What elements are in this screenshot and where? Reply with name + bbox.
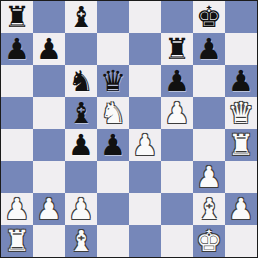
- square-h7[interactable]: [225, 33, 257, 65]
- square-e7[interactable]: [129, 33, 161, 65]
- white-knight[interactable]: ♞: [100, 97, 126, 129]
- white-king[interactable]: ♚: [196, 225, 222, 257]
- white-pawn[interactable]: ♟: [36, 193, 62, 225]
- square-e8[interactable]: [129, 1, 161, 33]
- square-b7[interactable]: ♟: [33, 33, 65, 65]
- square-c1[interactable]: ♝: [65, 225, 97, 257]
- square-e4[interactable]: ♟: [129, 129, 161, 161]
- square-a4[interactable]: [1, 129, 33, 161]
- square-d7[interactable]: [97, 33, 129, 65]
- square-c6[interactable]: ♞: [65, 65, 97, 97]
- white-bishop[interactable]: ♝: [196, 193, 222, 225]
- square-f5[interactable]: ♟: [161, 97, 193, 129]
- square-b2[interactable]: ♟: [33, 193, 65, 225]
- chess-board-frame: ♜♝♚♟♟♜♟♞♛♟♟♝♞♟♛♟♟♟♜♟♟♟♟♝♟♜♝♚: [0, 0, 258, 258]
- square-c3[interactable]: [65, 161, 97, 193]
- square-h5[interactable]: ♛: [225, 97, 257, 129]
- square-a7[interactable]: ♟: [1, 33, 33, 65]
- square-d5[interactable]: ♞: [97, 97, 129, 129]
- black-knight[interactable]: ♞: [68, 65, 94, 97]
- square-f4[interactable]: [161, 129, 193, 161]
- square-c2[interactable]: ♟: [65, 193, 97, 225]
- square-d3[interactable]: [97, 161, 129, 193]
- square-b5[interactable]: [33, 97, 65, 129]
- square-h3[interactable]: [225, 161, 257, 193]
- square-b1[interactable]: [33, 225, 65, 257]
- black-bishop[interactable]: ♝: [68, 1, 94, 33]
- square-g1[interactable]: ♚: [193, 225, 225, 257]
- black-pawn[interactable]: ♟: [196, 33, 222, 65]
- square-f3[interactable]: [161, 161, 193, 193]
- square-c5[interactable]: ♝: [65, 97, 97, 129]
- square-a5[interactable]: [1, 97, 33, 129]
- white-queen[interactable]: ♛: [228, 97, 254, 129]
- black-pawn[interactable]: ♟: [4, 33, 30, 65]
- black-pawn[interactable]: ♟: [100, 129, 126, 161]
- black-pawn[interactable]: ♟: [68, 129, 94, 161]
- square-f2[interactable]: [161, 193, 193, 225]
- square-d1[interactable]: [97, 225, 129, 257]
- square-a8[interactable]: ♜: [1, 1, 33, 33]
- square-f7[interactable]: ♜: [161, 33, 193, 65]
- square-b3[interactable]: [33, 161, 65, 193]
- square-g4[interactable]: [193, 129, 225, 161]
- square-g8[interactable]: ♚: [193, 1, 225, 33]
- white-pawn[interactable]: ♟: [68, 193, 94, 225]
- square-e5[interactable]: [129, 97, 161, 129]
- white-pawn[interactable]: ♟: [228, 193, 254, 225]
- black-king[interactable]: ♚: [196, 1, 222, 33]
- square-f1[interactable]: [161, 225, 193, 257]
- white-rook[interactable]: ♜: [228, 129, 254, 161]
- square-a6[interactable]: [1, 65, 33, 97]
- square-b4[interactable]: [33, 129, 65, 161]
- white-pawn[interactable]: ♟: [4, 193, 30, 225]
- white-bishop[interactable]: ♝: [68, 225, 94, 257]
- square-a3[interactable]: [1, 161, 33, 193]
- square-d8[interactable]: [97, 1, 129, 33]
- white-rook[interactable]: ♜: [4, 225, 30, 257]
- square-d6[interactable]: ♛: [97, 65, 129, 97]
- square-d2[interactable]: [97, 193, 129, 225]
- black-queen[interactable]: ♛: [100, 65, 126, 97]
- square-h2[interactable]: ♟: [225, 193, 257, 225]
- square-e6[interactable]: [129, 65, 161, 97]
- square-h8[interactable]: [225, 1, 257, 33]
- black-pawn[interactable]: ♟: [164, 65, 190, 97]
- square-c8[interactable]: ♝: [65, 1, 97, 33]
- square-b6[interactable]: [33, 65, 65, 97]
- square-e3[interactable]: [129, 161, 161, 193]
- black-rook[interactable]: ♜: [4, 1, 30, 33]
- white-pawn[interactable]: ♟: [196, 161, 222, 193]
- square-e2[interactable]: [129, 193, 161, 225]
- black-pawn[interactable]: ♟: [228, 65, 254, 97]
- chess-board: ♜♝♚♟♟♜♟♞♛♟♟♝♞♟♛♟♟♟♜♟♟♟♟♝♟♜♝♚: [1, 1, 257, 257]
- black-pawn[interactable]: ♟: [36, 33, 62, 65]
- square-c4[interactable]: ♟: [65, 129, 97, 161]
- square-g7[interactable]: ♟: [193, 33, 225, 65]
- square-f6[interactable]: ♟: [161, 65, 193, 97]
- square-d4[interactable]: ♟: [97, 129, 129, 161]
- square-g5[interactable]: [193, 97, 225, 129]
- square-g6[interactable]: [193, 65, 225, 97]
- square-b8[interactable]: [33, 1, 65, 33]
- square-h1[interactable]: [225, 225, 257, 257]
- square-a1[interactable]: ♜: [1, 225, 33, 257]
- square-c7[interactable]: [65, 33, 97, 65]
- white-pawn[interactable]: ♟: [164, 97, 190, 129]
- square-h4[interactable]: ♜: [225, 129, 257, 161]
- square-e1[interactable]: [129, 225, 161, 257]
- white-pawn[interactable]: ♟: [132, 129, 158, 161]
- black-rook[interactable]: ♜: [164, 33, 190, 65]
- square-g2[interactable]: ♝: [193, 193, 225, 225]
- square-f8[interactable]: [161, 1, 193, 33]
- square-h6[interactable]: ♟: [225, 65, 257, 97]
- black-bishop[interactable]: ♝: [68, 97, 94, 129]
- square-g3[interactable]: ♟: [193, 161, 225, 193]
- square-a2[interactable]: ♟: [1, 193, 33, 225]
